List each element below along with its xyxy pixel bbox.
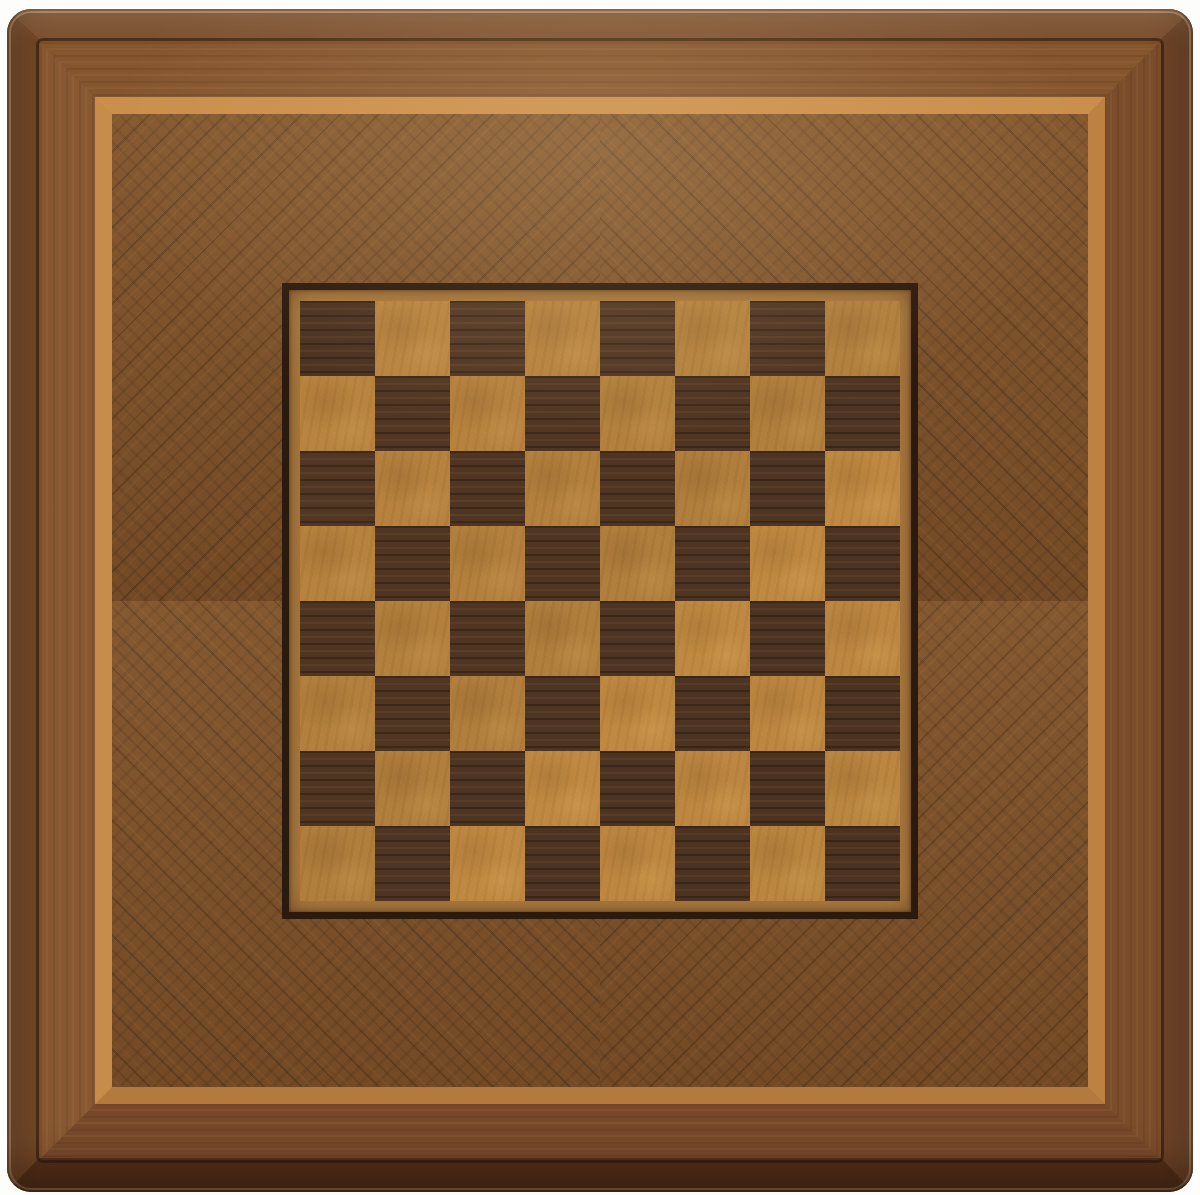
board-square <box>600 526 675 601</box>
board-square <box>750 751 825 826</box>
board-square <box>600 676 675 751</box>
board-square <box>450 376 525 451</box>
board-square <box>675 676 750 751</box>
board-square <box>525 751 600 826</box>
board-square <box>450 601 525 676</box>
board-square <box>525 601 600 676</box>
board-square <box>300 526 375 601</box>
board-square <box>750 601 825 676</box>
board-square <box>825 301 900 376</box>
board-square <box>825 826 900 901</box>
board-square <box>300 376 375 451</box>
board-square <box>525 376 600 451</box>
board-square <box>450 526 525 601</box>
board-square <box>525 676 600 751</box>
board-square <box>750 526 825 601</box>
photo-backdrop <box>0 0 1200 1195</box>
board-square <box>300 676 375 751</box>
board-square <box>300 451 375 526</box>
board-square <box>600 301 675 376</box>
board-square <box>375 751 450 826</box>
board-square <box>375 601 450 676</box>
board-square <box>675 601 750 676</box>
board-square <box>375 301 450 376</box>
board-square <box>825 601 900 676</box>
board-square <box>750 376 825 451</box>
board-square <box>375 376 450 451</box>
board-square <box>825 676 900 751</box>
board-square <box>600 601 675 676</box>
board-square <box>600 751 675 826</box>
board-square <box>375 451 450 526</box>
board-square <box>750 826 825 901</box>
board-square <box>525 301 600 376</box>
board-square <box>525 526 600 601</box>
board-square <box>825 751 900 826</box>
board-square <box>675 526 750 601</box>
board-square <box>375 826 450 901</box>
board-square <box>600 826 675 901</box>
board-square <box>375 676 450 751</box>
board-square <box>675 751 750 826</box>
board-square <box>825 451 900 526</box>
board-square <box>300 751 375 826</box>
board-square <box>525 451 600 526</box>
board-square <box>300 826 375 901</box>
board-square <box>675 301 750 376</box>
board-square <box>450 676 525 751</box>
board-square <box>750 451 825 526</box>
board-square <box>600 451 675 526</box>
board-square <box>600 376 675 451</box>
checker-grid <box>300 301 900 901</box>
game-board <box>282 283 918 919</box>
board-square <box>450 301 525 376</box>
board-square <box>450 451 525 526</box>
board-square <box>450 826 525 901</box>
board-square <box>675 376 750 451</box>
board-square <box>300 601 375 676</box>
board-square <box>825 376 900 451</box>
board-square <box>675 451 750 526</box>
game-table <box>7 9 1193 1192</box>
board-square <box>300 301 375 376</box>
board-square <box>450 751 525 826</box>
board-square <box>375 526 450 601</box>
board-square <box>750 676 825 751</box>
board-square <box>525 826 600 901</box>
board-square <box>825 526 900 601</box>
board-square <box>675 826 750 901</box>
board-square <box>750 301 825 376</box>
